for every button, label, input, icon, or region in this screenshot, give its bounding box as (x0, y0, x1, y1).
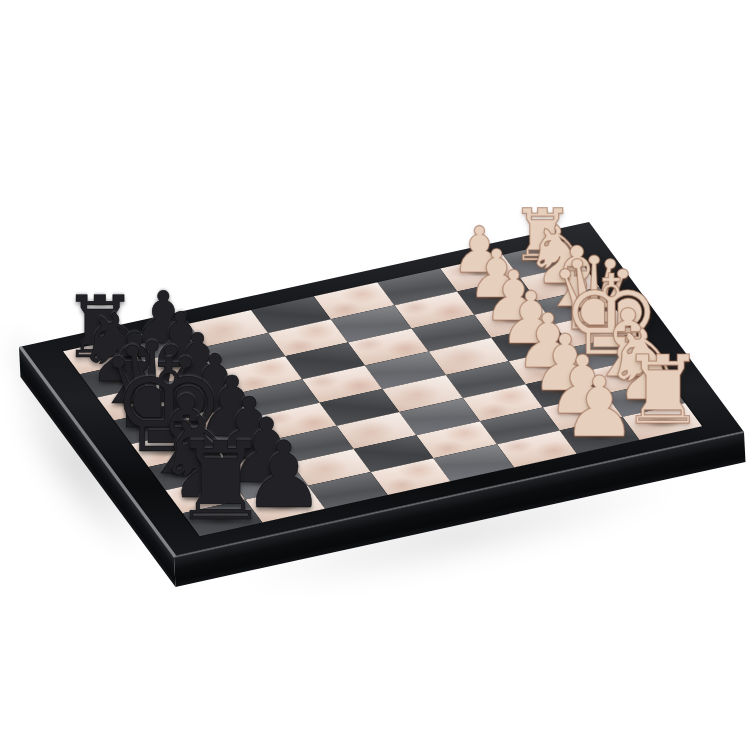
chess-set-photo: Hand-carved black and rose marble chess … (0, 0, 755, 755)
piece-white-pawn[interactable]: ♟ (562, 366, 637, 450)
piece-black-rook[interactable]: ♜ (172, 428, 269, 536)
